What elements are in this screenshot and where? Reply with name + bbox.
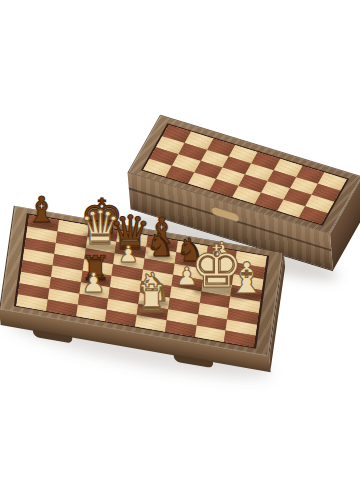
piece-white-r-e2[interactable]: ♜ bbox=[135, 280, 169, 318]
product-photo-scene: ♝♚♝♟♛♛♞♞♟♟♚♝♜♟♞♜ bbox=[0, 0, 360, 482]
piece-brown-n-e7[interactable]: ♞ bbox=[146, 229, 175, 261]
piece-brown-b-a8[interactable]: ♝ bbox=[26, 192, 58, 228]
piece-white-p-d6[interactable]: ♟ bbox=[118, 243, 139, 266]
pieces-layer: ♝♚♝♟♛♛♞♞♟♟♚♝♜♟♞♜ bbox=[0, 0, 360, 482]
piece-white-b-h5[interactable]: ♝ bbox=[228, 257, 267, 300]
piece-white-p-c3[interactable]: ♟ bbox=[81, 269, 105, 296]
